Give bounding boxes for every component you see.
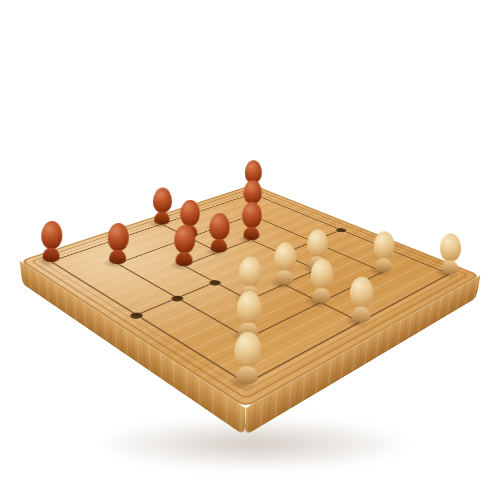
natural-peg-base xyxy=(235,366,257,385)
natural-peg-head xyxy=(373,231,395,260)
red-peg-head xyxy=(107,223,129,252)
natural-peg-base xyxy=(374,258,391,273)
red-peg-head xyxy=(152,187,172,213)
red-peg-base xyxy=(175,252,192,267)
product-photo-stage xyxy=(0,0,500,500)
red-peg-head xyxy=(41,220,63,249)
natural-peg-base xyxy=(351,306,371,322)
natural-peg-head xyxy=(439,233,461,262)
camera-tilt-wrapper xyxy=(0,0,500,500)
natural-peg-head xyxy=(238,256,262,287)
scene xyxy=(0,0,500,500)
red-peg-base xyxy=(109,250,126,265)
natural-peg-g1[interactable] xyxy=(233,331,262,384)
peg-hole-d3[interactable] xyxy=(207,279,223,287)
natural-peg-head xyxy=(306,229,328,258)
natural-peg-g4[interactable] xyxy=(349,276,374,323)
natural-peg-head xyxy=(310,258,334,289)
natural-peg-head xyxy=(233,331,261,368)
peg-hole-d2[interactable] xyxy=(169,294,186,302)
natural-peg-f6[interactable] xyxy=(372,231,394,273)
red-peg-a1[interactable] xyxy=(40,220,62,262)
natural-peg-base xyxy=(275,270,293,285)
natural-peg-g7[interactable] xyxy=(439,233,461,275)
game-board xyxy=(20,185,481,409)
red-peg-c3[interactable] xyxy=(173,225,195,267)
natural-peg-f4[interactable] xyxy=(309,258,333,303)
red-peg-head xyxy=(173,225,195,254)
peg-hole-d1[interactable] xyxy=(128,311,145,320)
natural-peg-base xyxy=(311,287,330,303)
red-peg-base xyxy=(42,247,59,262)
natural-peg-base xyxy=(441,260,458,275)
natural-peg-head xyxy=(349,276,374,308)
natural-peg-e4[interactable] xyxy=(273,242,296,285)
red-peg-b2[interactable] xyxy=(107,223,129,265)
natural-peg-head xyxy=(236,290,262,324)
natural-peg-head xyxy=(274,242,297,272)
